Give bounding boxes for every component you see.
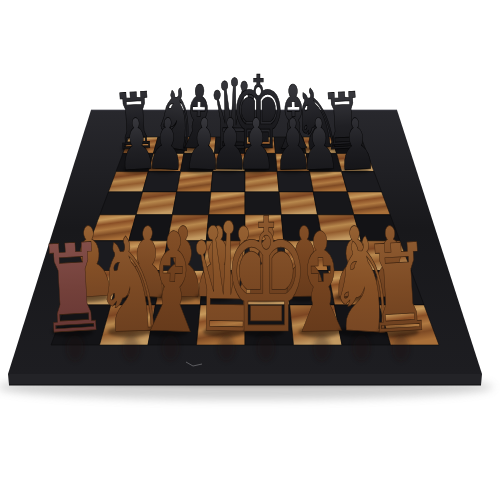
piece-black-pawn-b7: ♟ [144,102,188,187]
chess-board: ♜♞♝♛♚♝♞♜♟♟♟♟♟♟♟♟♟♟♟♟♟♟♟♟♜♞♝♛♚♝♞♜ [0,0,500,500]
chess-set-photo: ♜♞♝♛♚♝♞♜♟♟♟♟♟♟♟♟♟♟♟♟♟♟♟♟♜♞♝♛♚♝♞♜ [0,0,500,500]
pieces-layer: ♜♞♝♛♚♝♞♜♟♟♟♟♟♟♟♟♟♟♟♟♟♟♟♟♜♞♝♛♚♝♞♜ [35,54,436,368]
piece-black-pawn-e7: ♟ [236,103,275,186]
piece-black-pawn-h7: ♟ [335,102,379,187]
board-side [8,374,482,385]
piece-white-rook-h1: ♜ [361,217,436,361]
piece-black-pawn-g7: ♟ [298,102,340,186]
